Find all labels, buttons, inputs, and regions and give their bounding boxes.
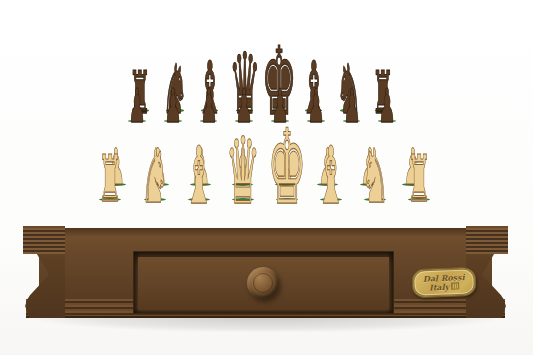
fluted-moulding-left xyxy=(23,228,65,254)
piece-black-pawn-g7[interactable]: ♟ xyxy=(343,82,361,129)
piece-white-bishop-f1[interactable]: ♝ xyxy=(316,135,346,214)
piece-white-knight-b1[interactable]: ♞ xyxy=(140,139,168,214)
piece-white-rook-h1[interactable]: ♜ xyxy=(407,147,431,212)
piece-black-pawn-a7[interactable]: ♟ xyxy=(128,82,146,129)
piece-white-queen-d1[interactable]: ♛ xyxy=(225,125,260,218)
maker-logo-icon xyxy=(451,283,459,290)
piece-black-pawn-h7[interactable]: ♟ xyxy=(378,82,396,129)
drawer-knob[interactable] xyxy=(247,267,279,299)
chess-set-scene: Dal Rossi Italy ♜♞♝♛♚♝♞♜♟♟♟♟♟♟♟♟♟♟♟♟♟♟♟♟… xyxy=(0,0,533,355)
chess-box-lower: Dal Rossi Italy xyxy=(23,226,508,318)
piece-black-pawn-f7[interactable]: ♟ xyxy=(307,82,325,129)
fluted-moulding-right xyxy=(466,228,508,254)
piece-black-pawn-b7[interactable]: ♟ xyxy=(164,82,182,129)
piece-white-knight-g1[interactable]: ♞ xyxy=(360,139,388,214)
piece-black-pawn-c7[interactable]: ♟ xyxy=(200,82,218,129)
plaque-line2: Italy xyxy=(429,282,450,291)
piece-white-king-e1[interactable]: ♚ xyxy=(267,116,306,220)
inlay-border-bottom xyxy=(65,211,466,214)
piece-white-bishop-c1[interactable]: ♝ xyxy=(184,135,214,214)
brass-plaque: Dal Rossi Italy xyxy=(411,267,476,299)
piece-white-rook-a1[interactable]: ♜ xyxy=(98,147,122,212)
